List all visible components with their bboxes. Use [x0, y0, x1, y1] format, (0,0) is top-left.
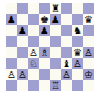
square-b3[interactable] — [17, 58, 28, 69]
black-knight-g6[interactable]: ♞ — [72, 25, 83, 36]
square-b6[interactable]: ♟ — [17, 25, 28, 36]
square-e1[interactable]: ♖ — [50, 80, 61, 91]
white-rook-e1[interactable]: ♖ — [50, 80, 61, 91]
square-b7[interactable] — [17, 14, 28, 25]
black-pawn-d6[interactable]: ♟ — [39, 25, 50, 36]
square-d3[interactable] — [39, 58, 50, 69]
square-b5[interactable] — [17, 36, 28, 47]
square-d5[interactable] — [39, 36, 50, 47]
square-d6[interactable]: ♟ — [39, 25, 50, 36]
white-pawn-h4[interactable]: ♙ — [83, 47, 94, 58]
square-h3[interactable] — [83, 58, 94, 69]
square-f6[interactable] — [61, 25, 72, 36]
square-g4[interactable]: ♛ — [72, 47, 83, 58]
black-bishop-f3[interactable]: ♝ — [61, 58, 72, 69]
square-h5[interactable] — [83, 36, 94, 47]
square-g6[interactable]: ♞ — [72, 25, 83, 36]
square-a7[interactable]: ♟ — [6, 14, 17, 25]
square-d2[interactable] — [39, 69, 50, 80]
white-pawn-a2[interactable]: ♙ — [6, 69, 17, 80]
square-d8[interactable] — [39, 3, 50, 14]
square-f5[interactable] — [61, 36, 72, 47]
square-a3[interactable] — [6, 58, 17, 69]
square-b2[interactable]: ♙ — [17, 69, 28, 80]
square-a2[interactable]: ♙ — [6, 69, 17, 80]
square-h1[interactable] — [83, 80, 94, 91]
black-rook-e8[interactable]: ♜ — [50, 3, 61, 14]
square-e5[interactable] — [50, 36, 61, 47]
square-b1[interactable] — [17, 80, 28, 91]
square-c2[interactable] — [28, 69, 39, 80]
black-pawn-a7[interactable]: ♟ — [6, 14, 17, 25]
black-queen-g4[interactable]: ♛ — [72, 47, 83, 58]
square-c7[interactable] — [28, 14, 39, 25]
square-h2[interactable]: ♔ — [83, 69, 94, 80]
square-c1[interactable] — [28, 80, 39, 91]
square-e3[interactable] — [50, 58, 61, 69]
square-a6[interactable] — [6, 25, 17, 36]
black-king-d7[interactable]: ♚ — [39, 14, 50, 25]
square-e2[interactable] — [50, 69, 61, 80]
white-king-h2[interactable]: ♔ — [83, 69, 94, 80]
white-pawn-c4[interactable]: ♙ — [28, 47, 39, 58]
white-knight-c3[interactable]: ♘ — [28, 58, 39, 69]
square-b8[interactable] — [17, 3, 28, 14]
square-g7[interactable] — [72, 14, 83, 25]
black-pawn-e7[interactable]: ♟ — [50, 14, 61, 25]
square-f7[interactable] — [61, 14, 72, 25]
square-b4[interactable] — [17, 47, 28, 58]
square-g3[interactable]: ♙ — [72, 58, 83, 69]
square-d4[interactable]: ♗ — [39, 47, 50, 58]
square-c4[interactable]: ♙ — [28, 47, 39, 58]
square-e4[interactable] — [50, 47, 61, 58]
square-d1[interactable] — [39, 80, 50, 91]
square-f2[interactable]: ♙ — [61, 69, 72, 80]
square-e8[interactable]: ♜ — [50, 3, 61, 14]
square-e7[interactable]: ♟ — [50, 14, 61, 25]
square-e6[interactable] — [50, 25, 61, 36]
square-g8[interactable] — [72, 3, 83, 14]
white-pawn-g3[interactable]: ♙ — [72, 58, 83, 69]
white-pawn-b2[interactable]: ♙ — [17, 69, 28, 80]
square-g5[interactable] — [72, 36, 83, 47]
white-bishop-d4[interactable]: ♗ — [39, 47, 50, 58]
square-h8[interactable] — [83, 3, 94, 14]
square-c6[interactable] — [28, 25, 39, 36]
square-h6[interactable] — [83, 25, 94, 36]
square-d7[interactable]: ♚ — [39, 14, 50, 25]
black-pawn-b6[interactable]: ♟ — [17, 25, 28, 36]
square-f4[interactable] — [61, 47, 72, 58]
square-c8[interactable] — [28, 3, 39, 14]
square-h7[interactable]: ♛ — [83, 14, 94, 25]
square-g2[interactable] — [72, 69, 83, 80]
square-c5[interactable] — [28, 36, 39, 47]
square-f3[interactable]: ♝ — [61, 58, 72, 69]
square-f1[interactable] — [61, 80, 72, 91]
square-c3[interactable]: ♘ — [28, 58, 39, 69]
white-pawn-f2[interactable]: ♙ — [61, 69, 72, 80]
square-g1[interactable] — [72, 80, 83, 91]
chess-board-container: ♜♟♚♟♛♟♟♞♙♗♛♙♘♝♙♙♙♙♔♖ — [6, 3, 94, 91]
black-queen-h7[interactable]: ♛ — [83, 14, 94, 25]
square-a1[interactable] — [6, 80, 17, 91]
square-a4[interactable] — [6, 47, 17, 58]
square-f8[interactable] — [61, 3, 72, 14]
square-a8[interactable] — [6, 3, 17, 14]
square-h4[interactable]: ♙ — [83, 47, 94, 58]
square-a5[interactable] — [6, 36, 17, 47]
chess-board: ♜♟♚♟♛♟♟♞♙♗♛♙♘♝♙♙♙♙♔♖ — [6, 3, 94, 91]
